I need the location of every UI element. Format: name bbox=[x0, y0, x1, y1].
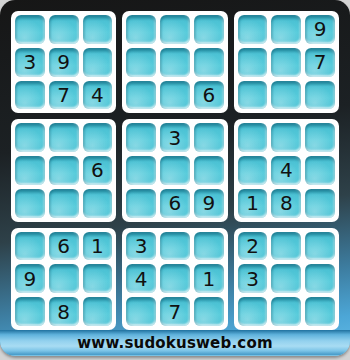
block-3-2: 3417 bbox=[122, 228, 227, 330]
cell-r9c1[interactable] bbox=[15, 297, 45, 326]
cell-r4c1[interactable] bbox=[15, 123, 45, 152]
cell-r7c5[interactable] bbox=[160, 232, 190, 261]
block-1-1: 3974 bbox=[11, 11, 116, 113]
cell-r8c8[interactable] bbox=[271, 264, 301, 293]
site-url: www.sudokusweb.com bbox=[77, 334, 272, 352]
cell-r1c9[interactable]: 9 bbox=[305, 15, 335, 44]
block-2-1: 6 bbox=[11, 119, 116, 221]
cell-r9c2[interactable]: 8 bbox=[49, 297, 79, 326]
cell-r1c8[interactable] bbox=[271, 15, 301, 44]
cell-r7c1[interactable] bbox=[15, 232, 45, 261]
footer-bar: www.sudokusweb.com bbox=[0, 330, 350, 356]
cell-r7c2[interactable]: 6 bbox=[49, 232, 79, 261]
sudoku-board: 397469763694186198341723 bbox=[11, 11, 339, 330]
cell-r4c7[interactable] bbox=[238, 123, 268, 152]
cell-r2c1[interactable]: 3 bbox=[15, 48, 45, 77]
sudoku-card: 397469763694186198341723 www.sudokusweb.… bbox=[0, 0, 350, 356]
cell-r1c4[interactable] bbox=[126, 15, 156, 44]
cell-r6c7[interactable]: 1 bbox=[238, 189, 268, 218]
cell-r5c4[interactable] bbox=[126, 156, 156, 185]
cell-r1c3[interactable] bbox=[83, 15, 113, 44]
cell-r3c1[interactable] bbox=[15, 81, 45, 110]
cell-r5c7[interactable] bbox=[238, 156, 268, 185]
cell-r5c3[interactable]: 6 bbox=[83, 156, 113, 185]
cell-r3c5[interactable] bbox=[160, 81, 190, 110]
cell-r1c7[interactable] bbox=[238, 15, 268, 44]
cell-r1c2[interactable] bbox=[49, 15, 79, 44]
cell-r9c4[interactable] bbox=[126, 297, 156, 326]
cell-r5c2[interactable] bbox=[49, 156, 79, 185]
cell-r3c6[interactable]: 6 bbox=[194, 81, 224, 110]
cell-r6c4[interactable] bbox=[126, 189, 156, 218]
cell-r6c9[interactable] bbox=[305, 189, 335, 218]
cell-r8c7[interactable]: 3 bbox=[238, 264, 268, 293]
cell-r9c9[interactable] bbox=[305, 297, 335, 326]
cell-r4c8[interactable] bbox=[271, 123, 301, 152]
cell-r8c1[interactable]: 9 bbox=[15, 264, 45, 293]
cell-r7c7[interactable]: 2 bbox=[238, 232, 268, 261]
cell-r9c8[interactable] bbox=[271, 297, 301, 326]
block-3-3: 23 bbox=[234, 228, 339, 330]
block-1-2: 6 bbox=[122, 11, 227, 113]
cell-r1c1[interactable] bbox=[15, 15, 45, 44]
cell-r8c4[interactable]: 4 bbox=[126, 264, 156, 293]
cell-r5c1[interactable] bbox=[15, 156, 45, 185]
cell-r1c5[interactable] bbox=[160, 15, 190, 44]
block-2-2: 369 bbox=[122, 119, 227, 221]
cell-r7c3[interactable]: 1 bbox=[83, 232, 113, 261]
cell-r2c7[interactable] bbox=[238, 48, 268, 77]
cell-r8c6[interactable]: 1 bbox=[194, 264, 224, 293]
cell-r9c7[interactable] bbox=[238, 297, 268, 326]
cell-r8c3[interactable] bbox=[83, 264, 113, 293]
cell-r9c6[interactable] bbox=[194, 297, 224, 326]
cell-r4c3[interactable] bbox=[83, 123, 113, 152]
cell-r2c6[interactable] bbox=[194, 48, 224, 77]
cell-r2c8[interactable] bbox=[271, 48, 301, 77]
cell-r3c2[interactable]: 7 bbox=[49, 81, 79, 110]
cell-r2c2[interactable]: 9 bbox=[49, 48, 79, 77]
block-2-3: 418 bbox=[234, 119, 339, 221]
cell-r3c3[interactable]: 4 bbox=[83, 81, 113, 110]
cell-r6c1[interactable] bbox=[15, 189, 45, 218]
block-1-3: 97 bbox=[234, 11, 339, 113]
cell-r3c8[interactable] bbox=[271, 81, 301, 110]
cell-r7c9[interactable] bbox=[305, 232, 335, 261]
cell-r4c5[interactable]: 3 bbox=[160, 123, 190, 152]
cell-r5c6[interactable] bbox=[194, 156, 224, 185]
cell-r2c4[interactable] bbox=[126, 48, 156, 77]
cell-r4c9[interactable] bbox=[305, 123, 335, 152]
cell-r9c3[interactable] bbox=[83, 297, 113, 326]
cell-r2c9[interactable]: 7 bbox=[305, 48, 335, 77]
cell-r6c8[interactable]: 8 bbox=[271, 189, 301, 218]
cell-r4c4[interactable] bbox=[126, 123, 156, 152]
cell-r6c2[interactable] bbox=[49, 189, 79, 218]
cell-r4c2[interactable] bbox=[49, 123, 79, 152]
cell-r5c9[interactable] bbox=[305, 156, 335, 185]
cell-r3c9[interactable] bbox=[305, 81, 335, 110]
cell-r5c8[interactable]: 4 bbox=[271, 156, 301, 185]
cell-r8c9[interactable] bbox=[305, 264, 335, 293]
cell-r7c8[interactable] bbox=[271, 232, 301, 261]
cell-r6c6[interactable]: 9 bbox=[194, 189, 224, 218]
cell-r6c5[interactable]: 6 bbox=[160, 189, 190, 218]
block-3-1: 6198 bbox=[11, 228, 116, 330]
cell-r8c2[interactable] bbox=[49, 264, 79, 293]
cell-r2c5[interactable] bbox=[160, 48, 190, 77]
cell-r4c6[interactable] bbox=[194, 123, 224, 152]
cell-r6c3[interactable] bbox=[83, 189, 113, 218]
cell-r5c5[interactable] bbox=[160, 156, 190, 185]
cell-r3c4[interactable] bbox=[126, 81, 156, 110]
cell-r3c7[interactable] bbox=[238, 81, 268, 110]
cell-r1c6[interactable] bbox=[194, 15, 224, 44]
cell-r8c5[interactable] bbox=[160, 264, 190, 293]
cell-r9c5[interactable]: 7 bbox=[160, 297, 190, 326]
cell-r2c3[interactable] bbox=[83, 48, 113, 77]
cell-r7c4[interactable]: 3 bbox=[126, 232, 156, 261]
cell-r7c6[interactable] bbox=[194, 232, 224, 261]
